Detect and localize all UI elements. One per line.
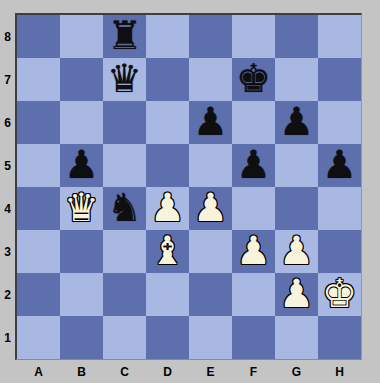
square-h1[interactable] bbox=[318, 316, 361, 359]
file-label-a: A bbox=[17, 362, 60, 382]
square-a5[interactable] bbox=[17, 144, 60, 187]
square-b1[interactable] bbox=[60, 316, 103, 359]
square-a3[interactable] bbox=[17, 230, 60, 273]
rank-labels: 87654321 bbox=[0, 15, 15, 359]
white-pawn[interactable]: ♟ bbox=[150, 188, 185, 227]
white-king[interactable]: ♚ bbox=[322, 274, 357, 313]
black-rook[interactable]: ♜ bbox=[107, 16, 142, 55]
square-c5[interactable] bbox=[103, 144, 146, 187]
square-b4[interactable]: ♛ bbox=[60, 187, 103, 230]
white-pawn[interactable]: ♟ bbox=[193, 188, 228, 227]
file-label-d: D bbox=[146, 362, 189, 382]
chess-board: ♜♛♚♟♟♟♟♟♛♞♟♟♝♟♟♟♚ bbox=[15, 13, 362, 360]
square-b5[interactable]: ♟ bbox=[60, 144, 103, 187]
rank-label-6: 6 bbox=[0, 101, 15, 144]
square-d6[interactable] bbox=[146, 101, 189, 144]
square-e2[interactable] bbox=[189, 273, 232, 316]
rank-label-5: 5 bbox=[0, 144, 15, 187]
black-knight[interactable]: ♞ bbox=[107, 188, 142, 227]
file-labels: ABCDEFGH bbox=[17, 362, 361, 382]
square-d4[interactable]: ♟ bbox=[146, 187, 189, 230]
square-h6[interactable] bbox=[318, 101, 361, 144]
file-label-g: G bbox=[275, 362, 318, 382]
black-pawn[interactable]: ♟ bbox=[279, 102, 314, 141]
square-h5[interactable]: ♟ bbox=[318, 144, 361, 187]
white-pawn[interactable]: ♟ bbox=[279, 231, 314, 270]
square-f1[interactable] bbox=[232, 316, 275, 359]
square-c1[interactable] bbox=[103, 316, 146, 359]
square-g1[interactable] bbox=[275, 316, 318, 359]
square-a2[interactable] bbox=[17, 273, 60, 316]
square-a1[interactable] bbox=[17, 316, 60, 359]
square-d1[interactable] bbox=[146, 316, 189, 359]
square-h8[interactable] bbox=[318, 15, 361, 58]
square-g4[interactable] bbox=[275, 187, 318, 230]
file-label-e: E bbox=[189, 362, 232, 382]
file-label-b: B bbox=[60, 362, 103, 382]
white-queen[interactable]: ♛ bbox=[64, 188, 99, 227]
square-b8[interactable] bbox=[60, 15, 103, 58]
black-pawn[interactable]: ♟ bbox=[193, 102, 228, 141]
file-label-f: F bbox=[232, 362, 275, 382]
square-a7[interactable] bbox=[17, 58, 60, 101]
square-g3[interactable]: ♟ bbox=[275, 230, 318, 273]
white-bishop[interactable]: ♝ bbox=[150, 231, 185, 270]
rank-label-7: 7 bbox=[0, 58, 15, 101]
square-a8[interactable] bbox=[17, 15, 60, 58]
square-d5[interactable] bbox=[146, 144, 189, 187]
square-d2[interactable] bbox=[146, 273, 189, 316]
square-f4[interactable] bbox=[232, 187, 275, 230]
square-b7[interactable] bbox=[60, 58, 103, 101]
square-c8[interactable]: ♜ bbox=[103, 15, 146, 58]
square-e5[interactable] bbox=[189, 144, 232, 187]
square-h7[interactable] bbox=[318, 58, 361, 101]
file-label-h: H bbox=[318, 362, 361, 382]
square-f8[interactable] bbox=[232, 15, 275, 58]
white-pawn[interactable]: ♟ bbox=[279, 274, 314, 313]
square-e7[interactable] bbox=[189, 58, 232, 101]
square-d7[interactable] bbox=[146, 58, 189, 101]
white-pawn[interactable]: ♟ bbox=[236, 231, 271, 270]
square-f7[interactable]: ♚ bbox=[232, 58, 275, 101]
square-f2[interactable] bbox=[232, 273, 275, 316]
square-c3[interactable] bbox=[103, 230, 146, 273]
square-h3[interactable] bbox=[318, 230, 361, 273]
rank-label-8: 8 bbox=[0, 15, 15, 58]
square-a6[interactable] bbox=[17, 101, 60, 144]
rank-label-4: 4 bbox=[0, 187, 15, 230]
square-b6[interactable] bbox=[60, 101, 103, 144]
square-e4[interactable]: ♟ bbox=[189, 187, 232, 230]
square-e8[interactable] bbox=[189, 15, 232, 58]
rank-label-2: 2 bbox=[0, 273, 15, 316]
square-e3[interactable] bbox=[189, 230, 232, 273]
square-f5[interactable]: ♟ bbox=[232, 144, 275, 187]
square-c2[interactable] bbox=[103, 273, 146, 316]
square-c4[interactable]: ♞ bbox=[103, 187, 146, 230]
rank-label-1: 1 bbox=[0, 316, 15, 359]
chess-diagram: 87654321 ♜♛♚♟♟♟♟♟♛♞♟♟♝♟♟♟♚ ABCDEFGH bbox=[0, 0, 380, 383]
file-label-c: C bbox=[103, 362, 146, 382]
square-e6[interactable]: ♟ bbox=[189, 101, 232, 144]
square-d3[interactable]: ♝ bbox=[146, 230, 189, 273]
square-g6[interactable]: ♟ bbox=[275, 101, 318, 144]
black-pawn[interactable]: ♟ bbox=[64, 145, 99, 184]
square-h2[interactable]: ♚ bbox=[318, 273, 361, 316]
square-d8[interactable] bbox=[146, 15, 189, 58]
square-g5[interactable] bbox=[275, 144, 318, 187]
square-f6[interactable] bbox=[232, 101, 275, 144]
square-a4[interactable] bbox=[17, 187, 60, 230]
square-b3[interactable] bbox=[60, 230, 103, 273]
square-b2[interactable] bbox=[60, 273, 103, 316]
black-king[interactable]: ♚ bbox=[236, 59, 271, 98]
square-f3[interactable]: ♟ bbox=[232, 230, 275, 273]
square-h4[interactable] bbox=[318, 187, 361, 230]
square-c6[interactable] bbox=[103, 101, 146, 144]
black-pawn[interactable]: ♟ bbox=[236, 145, 271, 184]
square-e1[interactable] bbox=[189, 316, 232, 359]
rank-label-3: 3 bbox=[0, 230, 15, 273]
square-g8[interactable] bbox=[275, 15, 318, 58]
square-g2[interactable]: ♟ bbox=[275, 273, 318, 316]
square-g7[interactable] bbox=[275, 58, 318, 101]
black-queen[interactable]: ♛ bbox=[107, 59, 142, 98]
square-c7[interactable]: ♛ bbox=[103, 58, 146, 101]
black-pawn[interactable]: ♟ bbox=[322, 145, 357, 184]
